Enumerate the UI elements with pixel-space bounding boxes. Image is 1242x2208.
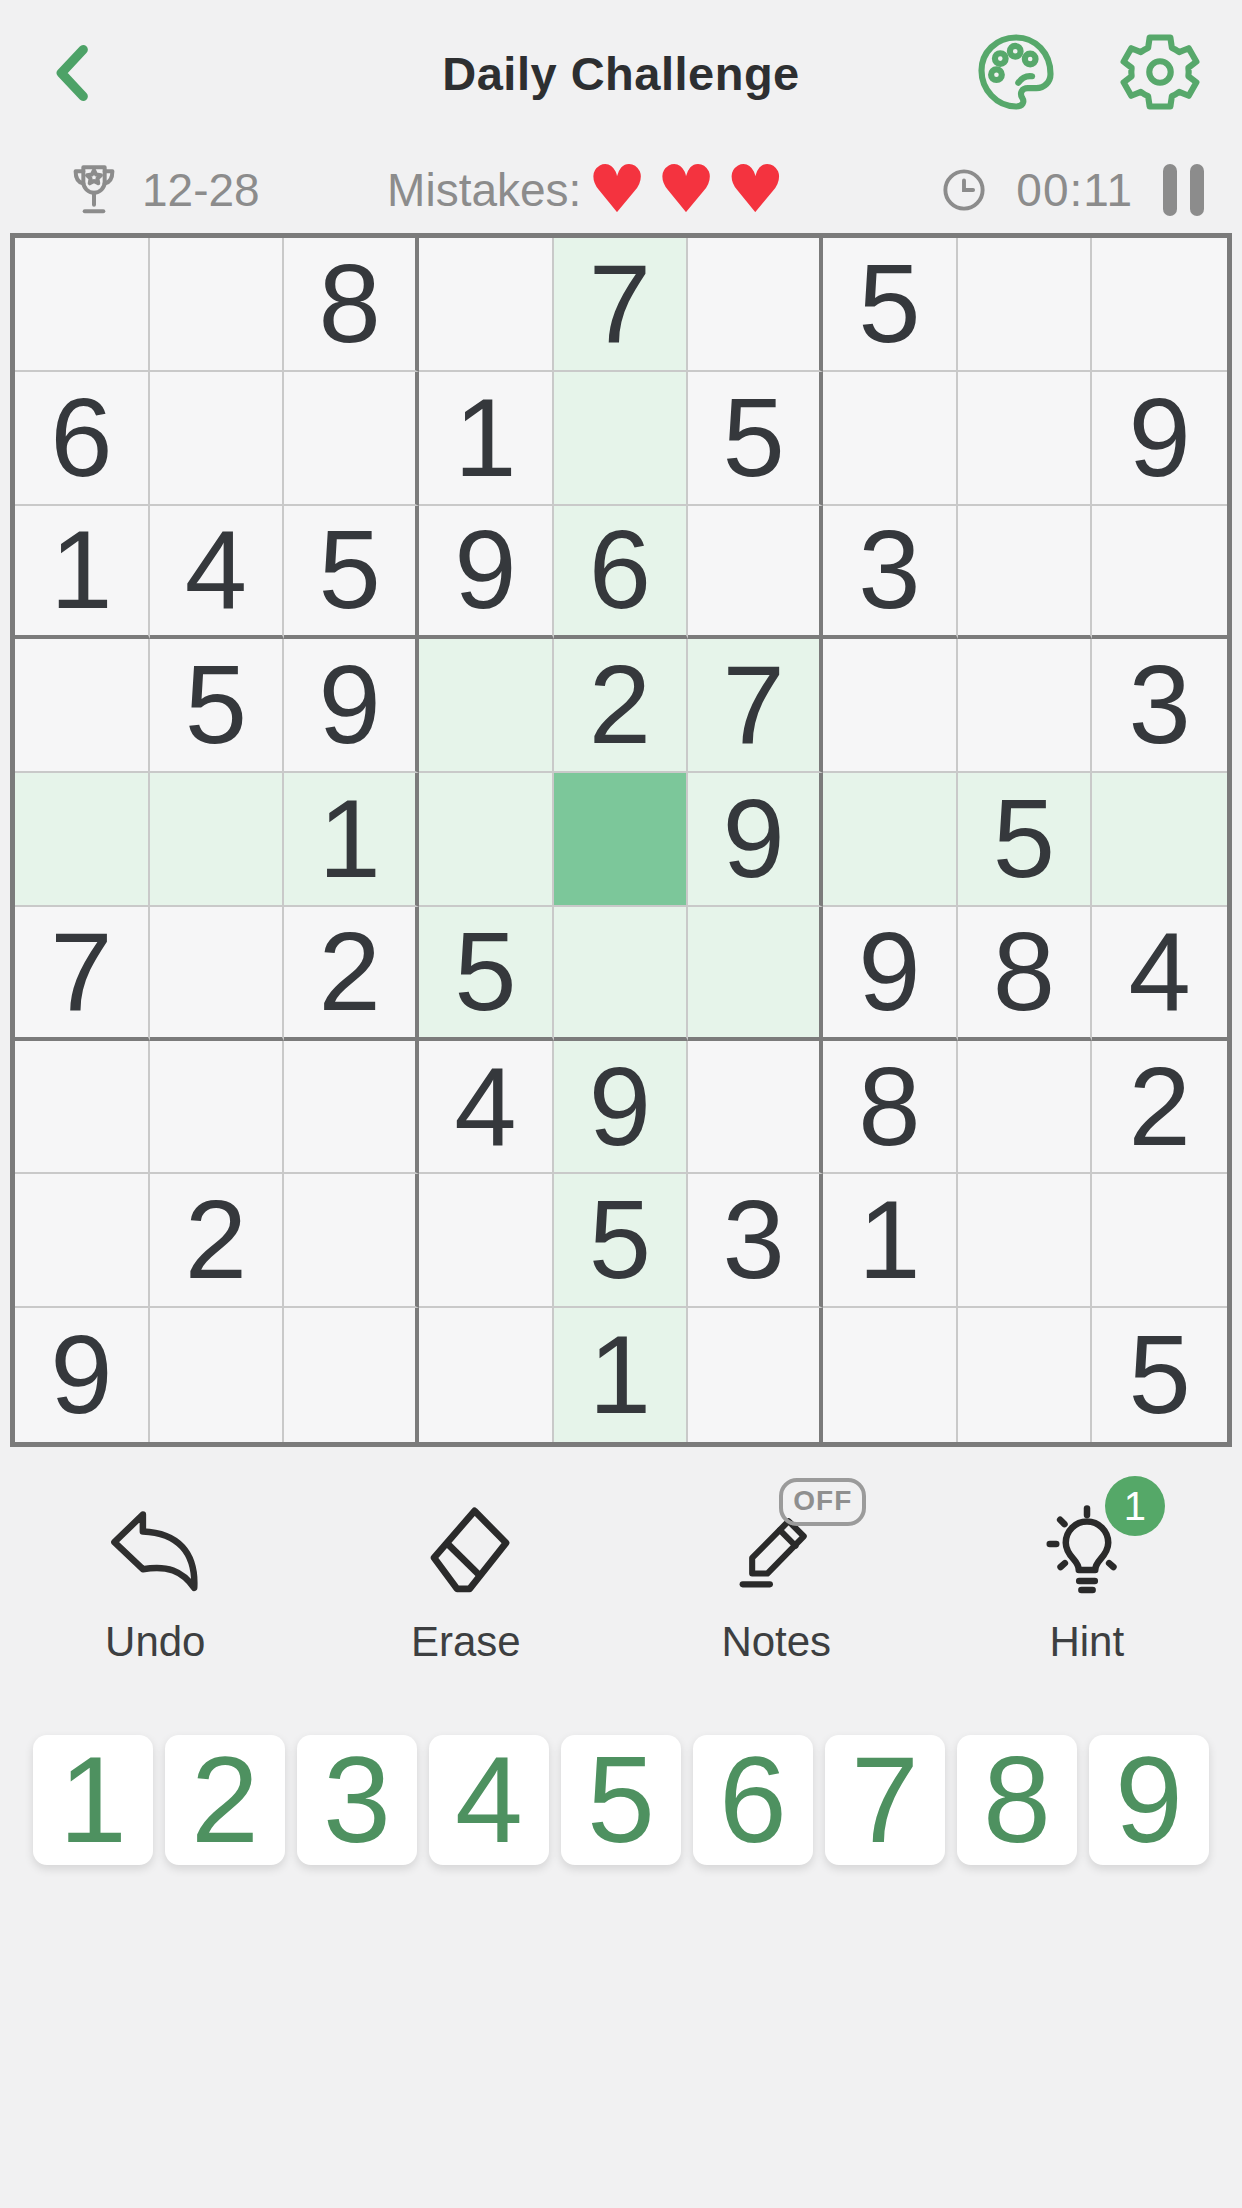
cell-r5c5[interactable] (554, 773, 689, 907)
cell-r3c8[interactable] (958, 506, 1093, 640)
numpad-3[interactable]: 3 (297, 1735, 417, 1865)
cell-r4c8[interactable] (958, 639, 1093, 773)
cell-r7c1[interactable] (15, 1041, 150, 1175)
cell-r3c1[interactable]: 1 (15, 506, 150, 640)
cell-r1c8[interactable] (958, 238, 1093, 372)
cell-r7c6[interactable] (688, 1041, 823, 1175)
cell-r6c9[interactable]: 4 (1092, 907, 1227, 1041)
hearts: ♥♥♥ (587, 157, 785, 223)
page-title: Daily Challenge (442, 46, 800, 101)
cell-r2c3[interactable] (284, 372, 419, 506)
cell-r4c6[interactable]: 7 (688, 639, 823, 773)
numpad-6[interactable]: 6 (693, 1735, 813, 1865)
cell-r4c1[interactable] (15, 639, 150, 773)
numpad-2[interactable]: 2 (165, 1735, 285, 1865)
cell-r9c1[interactable]: 9 (15, 1308, 150, 1442)
trophy-icon (62, 158, 126, 222)
cell-r2c5[interactable] (554, 372, 689, 506)
cell-r3c7[interactable]: 3 (823, 506, 958, 640)
cell-r7c2[interactable] (150, 1041, 285, 1175)
cell-r9c4[interactable] (419, 1308, 554, 1442)
numpad-9[interactable]: 9 (1089, 1735, 1209, 1865)
cell-r1c2[interactable] (150, 238, 285, 372)
cell-r1c5[interactable]: 7 (554, 238, 689, 372)
cell-r8c3[interactable] (284, 1174, 419, 1308)
cell-r3c5[interactable]: 6 (554, 506, 689, 640)
cell-r6c7[interactable]: 9 (823, 907, 958, 1041)
cell-r1c6[interactable] (688, 238, 823, 372)
cell-r8c8[interactable] (958, 1174, 1093, 1308)
cell-r7c3[interactable] (284, 1041, 419, 1175)
cell-r2c7[interactable] (823, 372, 958, 506)
hint-button[interactable]: 1 Hint (932, 1492, 1242, 1692)
cell-r1c3[interactable]: 8 (284, 238, 419, 372)
cell-r8c2[interactable]: 2 (150, 1174, 285, 1308)
cell-r5c1[interactable] (15, 773, 150, 907)
numpad-4[interactable]: 4 (429, 1735, 549, 1865)
heart-icon: ♥ (657, 157, 716, 223)
cell-r5c6[interactable]: 9 (688, 773, 823, 907)
cell-r7c4[interactable]: 4 (419, 1041, 554, 1175)
timer-area: 00:11 (938, 148, 1208, 232)
palette-icon (970, 26, 1062, 118)
numpad: 123456789 (33, 1735, 1209, 1865)
cell-r2c2[interactable] (150, 372, 285, 506)
pause-button[interactable] (1159, 160, 1208, 220)
cell-r6c8[interactable]: 8 (958, 907, 1093, 1041)
numpad-8[interactable]: 8 (957, 1735, 1077, 1865)
cell-r3c4[interactable]: 9 (419, 506, 554, 640)
cell-r9c8[interactable] (958, 1308, 1093, 1442)
erase-label: Erase (411, 1618, 521, 1666)
clock-icon (938, 164, 990, 216)
cell-r2c1[interactable]: 6 (15, 372, 150, 506)
cell-r6c6[interactable] (688, 907, 823, 1041)
sudoku-board: 87561591459635927319572598449822531915 (10, 233, 1232, 1447)
numpad-1[interactable]: 1 (33, 1735, 153, 1865)
erase-button[interactable]: Erase (311, 1492, 622, 1692)
hint-count-badge: 1 (1105, 1476, 1165, 1536)
cell-r5c8[interactable]: 5 (958, 773, 1093, 907)
heart-icon: ♥ (587, 157, 646, 223)
cell-r7c7[interactable]: 8 (823, 1041, 958, 1175)
cell-r5c3[interactable]: 1 (284, 773, 419, 907)
cell-r3c3[interactable]: 5 (284, 506, 419, 640)
cell-r6c2[interactable] (150, 907, 285, 1041)
cell-r3c2[interactable]: 4 (150, 506, 285, 640)
cell-r7c5[interactable]: 9 (554, 1041, 689, 1175)
cell-r4c7[interactable] (823, 639, 958, 773)
cell-r5c4[interactable] (419, 773, 554, 907)
numpad-5[interactable]: 5 (561, 1735, 681, 1865)
challenge-date: 12-28 (142, 163, 260, 217)
timer-value: 00:11 (1016, 163, 1133, 217)
cell-r8c9[interactable] (1092, 1174, 1227, 1308)
cell-r1c4[interactable] (419, 238, 554, 372)
pause-icon (1163, 164, 1177, 216)
mistakes-indicator: Mistakes: ♥♥♥ (387, 148, 785, 232)
cell-r8c5[interactable]: 5 (554, 1174, 689, 1308)
cell-r3c6[interactable] (688, 506, 823, 640)
sudoku-app-screen: Daily Challenge (0, 0, 1242, 2208)
cell-r8c6[interactable]: 3 (688, 1174, 823, 1308)
cell-r7c9[interactable]: 2 (1092, 1041, 1227, 1175)
mistakes-label: Mistakes: (387, 163, 581, 217)
cell-r6c5[interactable] (554, 907, 689, 1041)
numpad-7[interactable]: 7 (825, 1735, 945, 1865)
cell-r8c4[interactable] (419, 1174, 554, 1308)
cell-r9c6[interactable] (688, 1308, 823, 1442)
hint-label: Hint (1049, 1618, 1124, 1666)
cell-r4c3[interactable]: 9 (284, 639, 419, 773)
cell-r9c5[interactable]: 1 (554, 1308, 689, 1442)
notes-button[interactable]: OFF Notes (621, 1492, 932, 1692)
heart-icon: ♥ (726, 157, 785, 223)
cell-r8c1[interactable] (15, 1174, 150, 1308)
cell-r9c2[interactable] (150, 1308, 285, 1442)
gear-icon (1114, 26, 1206, 118)
cell-r1c7[interactable]: 5 (823, 238, 958, 372)
settings-button[interactable] (1114, 26, 1206, 118)
undo-arrow-icon (99, 1495, 211, 1607)
cell-r2c8[interactable] (958, 372, 1093, 506)
cell-r6c1[interactable]: 7 (15, 907, 150, 1041)
cell-r1c9[interactable] (1092, 238, 1227, 372)
cell-r6c4[interactable]: 5 (419, 907, 554, 1041)
cell-r2c9[interactable]: 9 (1092, 372, 1227, 506)
cell-r7c8[interactable] (958, 1041, 1093, 1175)
cell-r1c1[interactable] (15, 238, 150, 372)
pause-icon (1190, 164, 1204, 216)
undo-label: Undo (105, 1618, 205, 1666)
back-button[interactable] (38, 36, 108, 110)
cell-r9c3[interactable] (284, 1308, 419, 1442)
cell-r4c4[interactable] (419, 639, 554, 773)
notes-label: Notes (721, 1618, 831, 1666)
cell-r3c9[interactable] (1092, 506, 1227, 640)
undo-button[interactable]: Undo (0, 1492, 311, 1692)
cell-r5c2[interactable] (150, 773, 285, 907)
chevron-left-icon (38, 36, 108, 110)
toolbar: Undo Erase OFF Notes (0, 1492, 1242, 1692)
daily-score: 12-28 (62, 148, 260, 232)
cell-r4c5[interactable]: 2 (554, 639, 689, 773)
notes-off-badge: OFF (779, 1478, 866, 1526)
cell-r2c4[interactable]: 1 (419, 372, 554, 506)
cell-r5c9[interactable] (1092, 773, 1227, 907)
top-bar: Daily Challenge (0, 18, 1242, 128)
status-bar: 12-28 Mistakes: ♥♥♥ 00:11 (0, 148, 1242, 232)
cell-r4c9[interactable]: 3 (1092, 639, 1227, 773)
theme-button[interactable] (970, 26, 1062, 118)
cell-r2c6[interactable]: 5 (688, 372, 823, 506)
cell-r5c7[interactable] (823, 773, 958, 907)
cell-r9c9[interactable]: 5 (1092, 1308, 1227, 1442)
cell-r4c2[interactable]: 5 (150, 639, 285, 773)
cell-r9c7[interactable] (823, 1308, 958, 1442)
eraser-icon (412, 1497, 520, 1605)
cell-r6c3[interactable]: 2 (284, 907, 419, 1041)
cell-r8c7[interactable]: 1 (823, 1174, 958, 1308)
